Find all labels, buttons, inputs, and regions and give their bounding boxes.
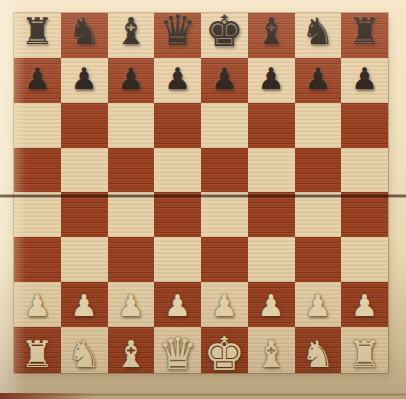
square-h6[interactable] [341,103,388,148]
piece-white-queen[interactable]: ♛ [158,332,197,376]
piece-white-pawn[interactable]: ♟ [117,291,144,321]
square-c5[interactable] [108,148,155,193]
chess-board-photo: ♜♞♝♛♚♝♞♜♟♟♟♟♟♟♟♟♟♟♟♟♟♟♟♟♜♞♝♛♚♝♞♜ [0,0,406,399]
piece-white-pawn[interactable]: ♟ [24,291,51,321]
piece-white-rook[interactable]: ♜ [348,336,381,373]
square-a4[interactable] [14,192,61,237]
square-h7[interactable]: ♟ [341,58,388,103]
square-g2[interactable]: ♟ [295,282,342,327]
square-f1[interactable]: ♝ [248,327,295,373]
square-g5[interactable] [295,148,342,193]
square-e8[interactable]: ♚ [201,13,248,58]
square-a3[interactable] [14,237,61,282]
square-c6[interactable] [108,103,155,148]
square-a1[interactable]: ♜ [14,327,61,373]
square-h8[interactable]: ♜ [341,13,388,58]
chess-board: ♜♞♝♛♚♝♞♜♟♟♟♟♟♟♟♟♟♟♟♟♟♟♟♟♜♞♝♛♚♝♞♜ [14,13,388,373]
piece-black-pawn[interactable]: ♟ [24,64,51,94]
square-d4[interactable] [154,192,201,237]
piece-black-rook[interactable]: ♜ [348,13,381,50]
piece-black-bishop[interactable]: ♝ [255,13,288,50]
piece-white-pawn[interactable]: ♟ [351,291,378,321]
square-a5[interactable] [14,148,61,193]
square-a2[interactable]: ♟ [14,282,61,327]
square-e2[interactable]: ♟ [201,282,248,327]
piece-white-knight[interactable]: ♞ [301,336,334,373]
piece-white-pawn[interactable]: ♟ [164,291,191,321]
square-d5[interactable] [154,148,201,193]
square-f2[interactable]: ♟ [248,282,295,327]
square-h1[interactable]: ♜ [341,327,388,373]
square-d3[interactable] [154,237,201,282]
square-a7[interactable]: ♟ [14,58,61,103]
piece-white-bishop[interactable]: ♝ [114,336,147,373]
square-e4[interactable] [201,192,248,237]
square-b7[interactable]: ♟ [61,58,108,103]
square-h3[interactable] [341,237,388,282]
square-h2[interactable]: ♟ [341,282,388,327]
square-f5[interactable] [248,148,295,193]
piece-white-knight[interactable]: ♞ [68,336,101,373]
piece-black-pawn[interactable]: ♟ [304,64,331,94]
square-g1[interactable]: ♞ [295,327,342,373]
board-edge-strip [0,393,95,399]
piece-white-king[interactable]: ♚ [204,331,245,377]
square-g3[interactable] [295,237,342,282]
piece-white-pawn[interactable]: ♟ [258,291,285,321]
piece-black-pawn[interactable]: ♟ [211,64,238,94]
piece-black-king[interactable]: ♚ [205,10,244,53]
piece-black-knight[interactable]: ♞ [301,13,334,50]
square-c1[interactable]: ♝ [108,327,155,373]
square-b3[interactable] [61,237,108,282]
square-b5[interactable] [61,148,108,193]
piece-black-pawn[interactable]: ♟ [351,64,378,94]
square-a6[interactable] [14,103,61,148]
square-f6[interactable] [248,103,295,148]
square-b6[interactable] [61,103,108,148]
square-f3[interactable] [248,237,295,282]
piece-black-queen[interactable]: ♛ [159,10,197,52]
square-a8[interactable]: ♜ [14,13,61,58]
square-b1[interactable]: ♞ [61,327,108,373]
square-c2[interactable]: ♟ [108,282,155,327]
piece-white-pawn[interactable]: ♟ [304,291,331,321]
square-g6[interactable] [295,103,342,148]
square-d8[interactable]: ♛ [154,13,201,58]
square-d1[interactable]: ♛ [154,327,201,373]
square-e3[interactable] [201,237,248,282]
piece-white-pawn[interactable]: ♟ [211,291,238,321]
square-e6[interactable] [201,103,248,148]
square-d2[interactable]: ♟ [154,282,201,327]
square-g4[interactable] [295,192,342,237]
square-f4[interactable] [248,192,295,237]
square-b8[interactable]: ♞ [61,13,108,58]
square-c8[interactable]: ♝ [108,13,155,58]
square-e1[interactable]: ♚ [201,327,248,373]
piece-white-bishop[interactable]: ♝ [255,336,288,373]
square-c3[interactable] [108,237,155,282]
square-b4[interactable] [61,192,108,237]
square-h4[interactable] [341,192,388,237]
square-h5[interactable] [341,148,388,193]
piece-black-rook[interactable]: ♜ [21,13,54,50]
piece-black-pawn[interactable]: ♟ [71,64,98,94]
piece-white-rook[interactable]: ♜ [21,336,54,373]
square-c4[interactable] [108,192,155,237]
piece-black-pawn[interactable]: ♟ [164,64,191,94]
piece-black-pawn[interactable]: ♟ [117,64,144,94]
piece-black-pawn[interactable]: ♟ [258,64,285,94]
square-d7[interactable]: ♟ [154,58,201,103]
piece-black-knight[interactable]: ♞ [68,13,101,50]
board-bottom-edge-shadow [0,393,406,396]
square-e5[interactable] [201,148,248,193]
square-e7[interactable]: ♟ [201,58,248,103]
square-f8[interactable]: ♝ [248,13,295,58]
square-g8[interactable]: ♞ [295,13,342,58]
square-c7[interactable]: ♟ [108,58,155,103]
square-f7[interactable]: ♟ [248,58,295,103]
square-b2[interactable]: ♟ [61,282,108,327]
square-d6[interactable] [154,103,201,148]
piece-black-bishop[interactable]: ♝ [114,13,147,50]
square-g7[interactable]: ♟ [295,58,342,103]
piece-white-pawn[interactable]: ♟ [71,291,98,321]
